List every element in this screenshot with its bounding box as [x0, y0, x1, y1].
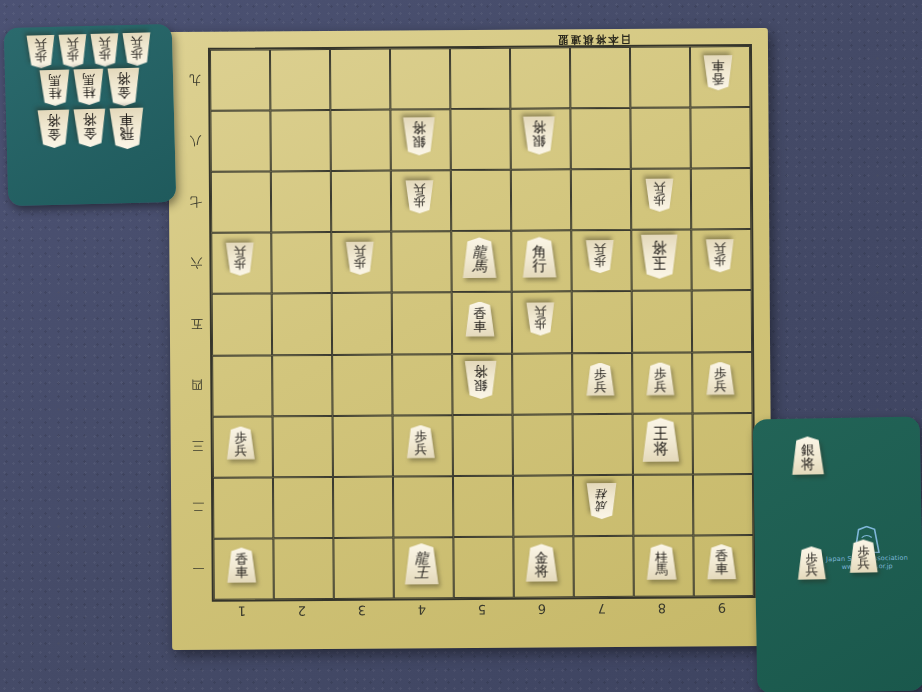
piece-kanji: 兵: [66, 37, 79, 50]
rank-label-一: 一: [192, 559, 206, 576]
piece-kanji: 車: [473, 320, 486, 333]
square-39[interactable]: [330, 49, 390, 111]
square-22[interactable]: [273, 477, 333, 539]
piece-P-65[interactable]: 歩兵: [525, 302, 554, 335]
square-46[interactable]: [391, 231, 451, 293]
piece-+R-41[interactable]: 龍王: [404, 543, 439, 584]
piece-kanji: 飛: [119, 127, 134, 142]
hand-piece-sente-P[interactable]: 歩兵: [89, 33, 119, 67]
square-71[interactable]: [573, 536, 633, 598]
piece-kanji: 行: [532, 259, 547, 273]
hand-piece-gote-P[interactable]: 歩兵: [797, 546, 827, 580]
hand-piece-sente-P[interactable]: 歩兵: [25, 35, 55, 69]
piece-kanji: 将: [535, 564, 549, 577]
piece-P-87[interactable]: 歩兵: [644, 179, 673, 212]
piece-S-48[interactable]: 銀将: [402, 117, 435, 155]
piece-L-11[interactable]: 香車: [226, 547, 256, 582]
hand-piece-gote-P[interactable]: 歩兵: [849, 539, 879, 573]
square-24[interactable]: [272, 355, 332, 417]
piece-kanji: 兵: [714, 380, 727, 392]
piece-kanji: 将: [801, 457, 815, 470]
square-31[interactable]: [333, 537, 393, 599]
hand-piece-sente-R[interactable]: 飛車: [108, 108, 144, 150]
square-42[interactable]: [393, 476, 453, 538]
rank-label-三: 三: [191, 437, 205, 454]
file-label-5: 5: [452, 602, 512, 617]
piece-kanji: 桂: [48, 86, 61, 99]
piece-kanji: 将: [82, 113, 96, 127]
square-27[interactable]: [271, 171, 331, 233]
piece-kanji: 歩: [233, 258, 246, 270]
piece-kanji: 兵: [534, 305, 547, 317]
piece-P-76[interactable]: 歩兵: [585, 240, 614, 273]
piece-kanji: 車: [712, 59, 725, 72]
square-26[interactable]: [271, 232, 331, 294]
piece-S-54[interactable]: 銀将: [464, 361, 497, 399]
piece-kanji: 兵: [654, 380, 667, 392]
piece-P-84[interactable]: 歩兵: [646, 362, 675, 395]
square-52[interactable]: [453, 475, 513, 537]
file-label-6: 6: [512, 601, 572, 616]
piece-kanji: 兵: [130, 35, 143, 48]
file-labels: 123456789: [168, 28, 768, 32]
piece-kanji: 兵: [713, 242, 726, 254]
square-25[interactable]: [272, 293, 332, 355]
piece-kanji: 銀: [474, 378, 488, 391]
piece-kanji: 兵: [857, 557, 870, 569]
square-44[interactable]: [392, 354, 452, 416]
square-49[interactable]: [390, 48, 450, 110]
piece-G-61[interactable]: 金将: [525, 544, 558, 582]
piece-kanji: 兵: [593, 243, 606, 255]
square-78[interactable]: [570, 108, 630, 170]
file-label-2: 2: [272, 603, 332, 618]
rank-labels: 九八七六五四三二一: [168, 28, 768, 32]
rank-label-五: 五: [190, 315, 204, 332]
square-35[interactable]: [332, 293, 392, 355]
square-92[interactable]: [693, 474, 753, 536]
file-label-9: 9: [692, 600, 752, 615]
rank-label-八: 八: [189, 132, 203, 149]
square-57[interactable]: [451, 170, 511, 232]
piece-P-94[interactable]: 歩兵: [706, 362, 735, 395]
piece-L-55[interactable]: 香車: [465, 301, 495, 336]
square-28[interactable]: [270, 110, 330, 172]
square-59[interactable]: [450, 48, 510, 110]
square-67[interactable]: [511, 170, 571, 232]
square-79[interactable]: [570, 47, 630, 109]
piece-kanji: 銀: [532, 134, 546, 147]
square-58[interactable]: [450, 109, 510, 171]
square-75[interactable]: [572, 291, 632, 353]
piece-kanji: 歩: [653, 194, 666, 206]
piece-L-91[interactable]: 香車: [706, 544, 736, 579]
piece-kanji: 金: [116, 85, 130, 99]
piece-kanji: 兵: [234, 444, 247, 456]
square-51[interactable]: [453, 537, 513, 599]
piece-kanji: 将: [653, 441, 668, 456]
piece-P-96[interactable]: 歩兵: [705, 240, 734, 273]
piece-kanji: 馬: [472, 259, 487, 273]
square-34[interactable]: [332, 354, 392, 416]
square-45[interactable]: [392, 293, 452, 355]
square-93[interactable]: [693, 413, 753, 475]
file-label-8: 8: [632, 600, 692, 615]
piece-kanji: 車: [119, 113, 134, 128]
square-88[interactable]: [630, 108, 690, 170]
piece-kanji: 馬: [48, 74, 61, 87]
piece-kanji: 将: [412, 121, 426, 134]
piece-P-47[interactable]: 歩兵: [404, 181, 433, 214]
square-69[interactable]: [510, 47, 570, 109]
hand-piece-sente-G[interactable]: 金将: [36, 110, 70, 149]
rank-label-四: 四: [190, 376, 204, 393]
sente-hand-row-2: 桂馬桂馬金将: [5, 67, 174, 109]
square-29[interactable]: [270, 49, 330, 111]
komadai-gote-captured-tray: Japan Shogi Association www.shogi.or.jp …: [753, 417, 922, 692]
square-17[interactable]: [211, 172, 271, 234]
hand-piece-gote-S[interactable]: 銀将: [791, 436, 825, 475]
square-89[interactable]: [630, 46, 690, 108]
piece-kanji: 歩: [713, 255, 726, 267]
piece-kanji: 金: [83, 126, 97, 140]
piece-kanji: 兵: [414, 443, 427, 455]
hand-piece-sente-P[interactable]: 歩兵: [121, 32, 151, 66]
piece-kanji: 将: [532, 120, 546, 133]
square-21[interactable]: [273, 538, 333, 600]
piece-kanji: 玉: [652, 255, 667, 270]
piece-P-43[interactable]: 歩兵: [406, 425, 435, 458]
piece-kanji: 将: [652, 240, 667, 255]
piece-kanji: 成: [595, 500, 607, 511]
piece-P-16[interactable]: 歩兵: [225, 243, 254, 276]
square-33[interactable]: [333, 415, 393, 477]
square-73[interactable]: [573, 414, 633, 476]
square-77[interactable]: [571, 169, 631, 231]
square-37[interactable]: [331, 171, 391, 233]
piece-B-66[interactable]: 角行: [522, 237, 557, 278]
rank-label-六: 六: [189, 254, 203, 271]
square-95[interactable]: [692, 290, 752, 352]
piece-+N-72[interactable]: 成桂: [586, 483, 617, 519]
piece-P-36[interactable]: 歩兵: [345, 242, 374, 275]
square-82[interactable]: [633, 474, 693, 536]
file-label-3: 3: [332, 603, 392, 618]
piece-kanji: 馬: [655, 564, 668, 576]
piece-kanji: 歩: [353, 257, 366, 269]
piece-layer: 香車龍王金将桂馬香車成桂歩兵歩兵王将銀将歩兵歩兵歩兵香車歩兵歩兵歩兵龍馬角行歩兵…: [168, 28, 768, 32]
rank-label-九: 九: [188, 70, 202, 87]
square-62[interactable]: [513, 475, 573, 537]
square-98[interactable]: [690, 107, 750, 169]
piece-kanji: 金: [47, 127, 61, 141]
piece-kanji: 桂: [82, 85, 95, 98]
hand-piece-sente-G[interactable]: 金将: [72, 109, 106, 148]
piece-kanji: 王: [414, 565, 429, 579]
piece-kanji: 銀: [412, 134, 426, 147]
square-23[interactable]: [273, 416, 333, 478]
komadai-sente-captured-tray: 歩兵歩兵歩兵歩兵桂馬桂馬金将金将金将飛車: [4, 24, 177, 206]
square-64[interactable]: [512, 353, 572, 415]
piece-P-74[interactable]: 歩兵: [586, 363, 615, 396]
file-label-4: 4: [392, 602, 452, 617]
sente-hand-row-1: 歩兵歩兵歩兵歩兵: [4, 32, 173, 69]
square-53[interactable]: [453, 414, 513, 476]
file-label-7: 7: [572, 601, 632, 616]
piece-kanji: 将: [473, 365, 487, 378]
square-18[interactable]: [210, 110, 270, 172]
file-label-1: 1: [212, 603, 272, 618]
piece-N-81[interactable]: 桂馬: [646, 544, 677, 580]
piece-kanji: 兵: [353, 245, 366, 257]
piece-kanji: 兵: [233, 246, 246, 258]
square-14[interactable]: [212, 355, 272, 417]
square-97[interactable]: [691, 168, 751, 230]
piece-kanji: 龍: [472, 245, 487, 259]
piece-kanji: 桂: [595, 489, 607, 500]
square-63[interactable]: [513, 414, 573, 476]
square-15[interactable]: [212, 294, 272, 356]
square-32[interactable]: [333, 476, 393, 538]
piece-kanji: 兵: [34, 38, 47, 51]
piece-P-13[interactable]: 歩兵: [226, 426, 255, 459]
piece-kanji: 角: [532, 245, 547, 259]
hand-piece-sente-N[interactable]: 桂馬: [72, 69, 104, 106]
piece-kanji: 兵: [594, 381, 607, 393]
hand-piece-sente-N[interactable]: 桂馬: [38, 70, 70, 107]
piece-kanji: 車: [715, 563, 728, 576]
piece-kanji: 将: [46, 114, 60, 128]
square-85[interactable]: [632, 291, 692, 353]
piece-kanji: 歩: [593, 255, 606, 267]
sente-hand-row-3: 金将金将飛車: [6, 107, 175, 152]
piece-kanji: 兵: [805, 564, 818, 576]
piece-kanji: 兵: [98, 36, 111, 49]
square-19[interactable]: [210, 49, 270, 111]
piece-kanji: 龍: [414, 551, 429, 565]
piece-S-68[interactable]: 銀将: [522, 116, 555, 154]
hand-piece-sente-G[interactable]: 金将: [106, 68, 140, 107]
piece-+B-56[interactable]: 龍馬: [462, 237, 497, 278]
piece-K-86[interactable]: 玉将: [640, 234, 678, 278]
rank-label-七: 七: [189, 193, 203, 210]
piece-L-99[interactable]: 香車: [703, 55, 733, 90]
piece-kanji: 歩: [413, 196, 426, 208]
piece-K-83[interactable]: 王将: [642, 418, 680, 462]
hand-piece-sente-P[interactable]: 歩兵: [57, 34, 87, 68]
piece-kanji: 馬: [82, 73, 95, 86]
rank-label-二: 二: [191, 498, 205, 515]
piece-kanji: 兵: [653, 182, 666, 194]
piece-kanji: 車: [235, 566, 248, 579]
square-12[interactable]: [213, 477, 273, 539]
piece-kanji: 将: [116, 72, 130, 86]
square-38[interactable]: [330, 110, 390, 172]
piece-kanji: 兵: [413, 183, 426, 195]
shogi-board: 日本将棋連盟 九八七六五四三二一 123456789 香車龍王金将桂馬香車成桂歩…: [168, 28, 772, 650]
table-surface: 日本将棋連盟 九八七六五四三二一 123456789 香車龍王金将桂馬香車成桂歩…: [0, 0, 922, 692]
